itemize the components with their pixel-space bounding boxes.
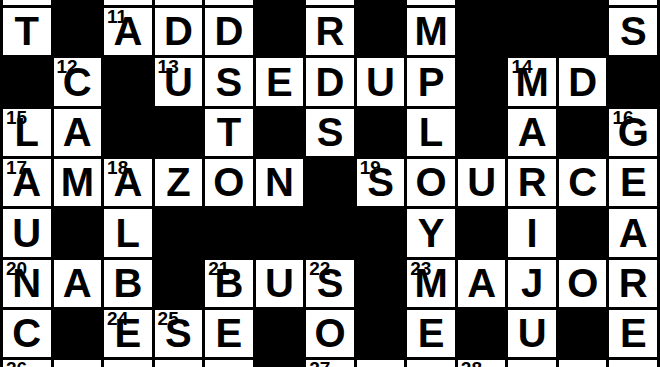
cell-r8c1[interactable] [54, 360, 102, 367]
black-cell-r5c7 [357, 209, 405, 256]
cell-r1c3[interactable]: D [155, 8, 203, 55]
black-cell-r3c3 [155, 109, 203, 156]
cell-r2c6[interactable]: D [306, 58, 354, 105]
black-cell-r0c1 [54, 0, 102, 5]
cell-r4c5[interactable]: N [256, 159, 304, 206]
letter: B [205, 260, 253, 307]
cell-r8c6[interactable]: 27 [306, 360, 354, 367]
cell-r1c8[interactable]: M [407, 8, 455, 55]
letter: A [3, 159, 51, 206]
clue-number: 27 [309, 360, 330, 367]
cell-r5c0[interactable]: U [3, 209, 51, 256]
cell-r8c2[interactable] [104, 360, 152, 367]
letter: U [256, 260, 304, 307]
letter: R [508, 159, 556, 206]
cell-r1c0[interactable]: T [3, 8, 51, 55]
cell-r3c6[interactable]: S [306, 109, 354, 156]
black-cell-r7c1 [54, 310, 102, 357]
cell-r4c10[interactable]: R [508, 159, 556, 206]
letter: N [3, 260, 51, 307]
clue-number: 18 [107, 159, 128, 179]
cell-r8c12[interactable] [609, 360, 657, 367]
cell-r6c2[interactable]: B [104, 260, 152, 307]
black-cell-r2c9 [458, 58, 506, 105]
cell-r7c0[interactable]: C [3, 310, 51, 357]
letter: M [407, 8, 455, 55]
clue-number: 14 [511, 58, 532, 78]
letter: T [205, 109, 253, 156]
cell-r0c12[interactable] [609, 0, 657, 5]
cell-r3c12[interactable]: 16G [609, 109, 657, 156]
cell-r2c8[interactable]: P [407, 58, 455, 105]
cell-r5c8[interactable]: Y [407, 209, 455, 256]
black-cell-r2c0 [3, 58, 51, 105]
cell-r7c12[interactable]: E [609, 310, 657, 357]
cell-r6c0[interactable]: 20N [3, 260, 51, 307]
black-cell-r3c5 [256, 109, 304, 156]
cell-r8c10[interactable] [508, 360, 556, 367]
cell-r1c12[interactable]: S [609, 8, 657, 55]
cell-r0c2[interactable] [104, 0, 152, 5]
clue-number: 20 [6, 260, 27, 280]
cell-r2c10[interactable]: 14M [508, 58, 556, 105]
letter: A [54, 109, 102, 156]
letter: M [54, 159, 102, 206]
cell-r8c4[interactable] [205, 360, 253, 367]
cell-r4c9[interactable]: U [458, 159, 506, 206]
clue-number: 22 [309, 260, 330, 280]
letter: I [508, 210, 556, 257]
cell-r4c12[interactable]: E [609, 159, 657, 206]
black-cell-r5c3 [155, 209, 203, 256]
black-cell-r1c11 [559, 8, 607, 55]
cell-r4c11[interactable]: C [559, 159, 607, 206]
cell-r3c8[interactable]: L [407, 109, 455, 156]
letter: U [357, 59, 405, 106]
letter: S [306, 109, 354, 156]
cell-r4c3[interactable]: Z [155, 159, 203, 206]
cell-r4c7[interactable]: 19S [357, 159, 405, 206]
letter: E [407, 310, 455, 357]
cell-r8c11[interactable] [559, 360, 607, 367]
cell-r8c9[interactable]: 28 [458, 360, 506, 367]
cell-r6c11[interactable]: O [559, 260, 607, 307]
clue-number: 23 [410, 260, 431, 280]
cell-r0c6[interactable] [306, 0, 354, 5]
cell-r8c7[interactable] [357, 360, 405, 367]
black-cell-r1c5 [256, 8, 304, 55]
cell-r7c8[interactable]: E [407, 310, 455, 357]
black-cell-r0c10 [508, 0, 556, 5]
cell-r0c4[interactable] [205, 0, 253, 5]
black-cell-r0c11 [559, 0, 607, 5]
letter: A [508, 109, 556, 156]
letter: E [609, 310, 657, 357]
black-cell-r7c9 [458, 310, 506, 357]
black-cell-r0c5 [256, 0, 304, 5]
letter: Y [407, 210, 455, 257]
black-cell-r0c9 [458, 0, 506, 5]
cell-r5c10[interactable]: I [508, 209, 556, 256]
letter: A [104, 8, 152, 55]
clue-number: 15 [6, 109, 27, 129]
black-cell-r3c9 [458, 109, 506, 156]
letter: G [609, 109, 657, 156]
letter: U [3, 210, 51, 257]
letter: A [104, 159, 152, 206]
cell-r2c4[interactable]: S [205, 58, 253, 105]
letter: O [306, 310, 354, 357]
black-cell-r5c9 [458, 209, 506, 256]
black-cell-r5c5 [256, 209, 304, 256]
cell-r4c4[interactable]: O [205, 159, 253, 206]
letter: C [54, 59, 102, 106]
clue-number: 25 [158, 310, 179, 330]
clue-number: 28 [461, 360, 482, 367]
cell-r6c9[interactable]: A [458, 260, 506, 307]
letter: S [155, 310, 203, 357]
letter: J [508, 260, 556, 307]
letter: D [155, 8, 203, 55]
letter: S [609, 8, 657, 55]
letter: A [609, 210, 657, 257]
letter: T [3, 8, 51, 55]
cell-r7c4[interactable]: E [205, 310, 253, 357]
letter: S [306, 260, 354, 307]
black-cell-r1c9 [458, 8, 506, 55]
black-cell-r0c7 [357, 0, 405, 5]
letter: R [306, 8, 354, 55]
cell-r0c3[interactable] [155, 0, 203, 5]
letter: U [508, 310, 556, 357]
cell-r1c2[interactable]: 11A [104, 8, 152, 55]
black-cell-r5c4 [205, 209, 253, 256]
cell-r3c4[interactable]: T [205, 109, 253, 156]
cell-r2c11[interactable]: D [559, 58, 607, 105]
cell-r8c0[interactable]: 26 [3, 360, 51, 367]
cell-r5c12[interactable]: A [609, 209, 657, 256]
cell-r3c1[interactable]: A [54, 109, 102, 156]
cell-r6c6[interactable]: 22S [306, 260, 354, 307]
letter: E [104, 310, 152, 357]
letter: R [609, 260, 657, 307]
letter: L [407, 109, 455, 156]
cell-r4c2[interactable]: 18A [104, 159, 152, 206]
cell-r4c1[interactable]: M [54, 159, 102, 206]
cell-r0c0[interactable] [3, 0, 51, 5]
black-cell-r7c5 [256, 310, 304, 357]
cell-r6c10[interactable]: J [508, 260, 556, 307]
letter: S [205, 59, 253, 106]
clue-number: 13 [158, 58, 179, 78]
black-cell-r4c6 [306, 159, 354, 206]
black-cell-r7c7 [357, 310, 405, 357]
clue-number: 11 [107, 8, 127, 28]
black-cell-r5c1 [54, 209, 102, 256]
cell-r3c10[interactable]: A [508, 109, 556, 156]
cell-r1c4[interactable]: D [205, 8, 253, 55]
letter: E [205, 310, 253, 357]
clue-number: 24 [107, 310, 128, 330]
cell-r6c5[interactable]: U [256, 260, 304, 307]
letter: E [609, 159, 657, 206]
clue-number: 26 [6, 360, 27, 367]
cell-r6c12[interactable]: R [609, 260, 657, 307]
black-cell-r6c7 [357, 260, 405, 307]
cell-r5c2[interactable]: L [104, 209, 152, 256]
black-cell-r2c2 [104, 58, 152, 105]
cell-r7c6[interactable]: O [306, 310, 354, 357]
letter: N [256, 159, 304, 206]
cell-r1c6[interactable]: R [306, 8, 354, 55]
letter: P [407, 59, 455, 106]
letter: M [407, 260, 455, 307]
black-cell-r7c11 [559, 310, 607, 357]
black-cell-r5c6 [306, 209, 354, 256]
clue-number: 19 [360, 159, 381, 179]
black-cell-r3c2 [104, 109, 152, 156]
letter: Z [155, 159, 203, 206]
black-cell-r3c11 [559, 109, 607, 156]
crossword-grid: T11ADDRMS12C13USEDUP14MD15LATSLA16G17AM1… [0, 0, 660, 367]
cell-r6c8[interactable]: 23M [407, 260, 455, 307]
cell-r7c10[interactable]: U [508, 310, 556, 357]
letter: U [458, 159, 506, 206]
cell-r7c3[interactable]: 25S [155, 310, 203, 357]
letter: L [104, 210, 152, 257]
cell-r7c2[interactable]: 24E [104, 310, 152, 357]
cell-r6c4[interactable]: 21B [205, 260, 253, 307]
letter: B [104, 260, 152, 307]
clue-number: 12 [57, 58, 78, 78]
black-cell-r5c11 [559, 209, 607, 256]
cell-r8c8[interactable] [407, 360, 455, 367]
letter: A [54, 260, 102, 307]
cell-r3c0[interactable]: 15L [3, 109, 51, 156]
letter: E [256, 59, 304, 106]
clue-number: 21 [208, 260, 229, 280]
cell-r4c0[interactable]: 17A [3, 159, 51, 206]
letter: O [407, 159, 455, 206]
cell-r2c7[interactable]: U [357, 58, 405, 105]
letter: U [155, 59, 203, 106]
clue-number: 17 [6, 159, 27, 179]
cell-r0c8[interactable] [407, 0, 455, 5]
letter: M [508, 59, 556, 106]
black-cell-r6c3 [155, 260, 203, 307]
letter: C [559, 159, 607, 206]
letter: A [458, 260, 506, 307]
letter: S [357, 159, 405, 206]
black-cell-r3c7 [357, 109, 405, 156]
cell-r6c1[interactable]: A [54, 260, 102, 307]
cell-r2c5[interactable]: E [256, 58, 304, 105]
black-cell-r2c12 [609, 58, 657, 105]
letter: O [205, 159, 253, 206]
letter: L [3, 109, 51, 156]
letter: D [559, 59, 607, 106]
cell-r2c3[interactable]: 13U [155, 58, 203, 105]
letter: D [306, 59, 354, 106]
letter: D [205, 8, 253, 55]
cell-r4c8[interactable]: O [407, 159, 455, 206]
black-cell-r8c5 [256, 360, 304, 367]
cell-r8c3[interactable] [155, 360, 203, 367]
black-cell-r1c1 [54, 8, 102, 55]
letter: O [559, 260, 607, 307]
letter: C [3, 310, 51, 357]
black-cell-r1c10 [508, 8, 556, 55]
black-cell-r1c7 [357, 8, 405, 55]
clue-number: 16 [612, 109, 633, 129]
cell-r2c1[interactable]: 12C [54, 58, 102, 105]
